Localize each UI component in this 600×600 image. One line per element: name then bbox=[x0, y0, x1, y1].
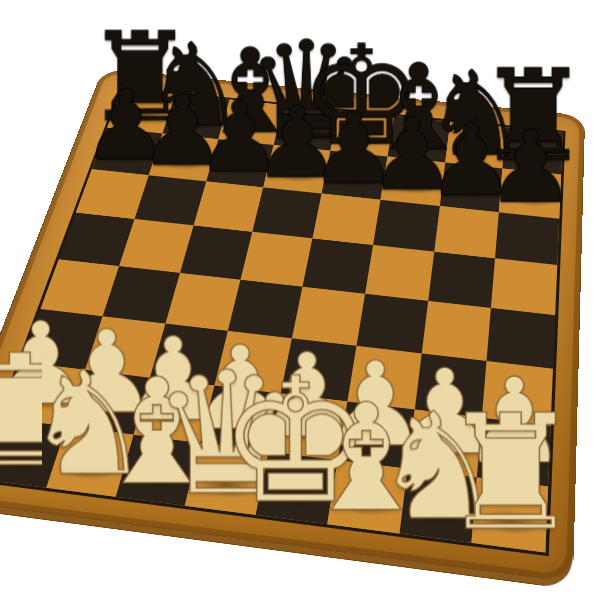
square-c5[interactable] bbox=[179, 226, 252, 280]
square-d6[interactable] bbox=[252, 187, 321, 238]
square-e6[interactable] bbox=[312, 193, 380, 245]
square-d5[interactable] bbox=[241, 232, 313, 287]
square-f6[interactable] bbox=[373, 199, 440, 251]
chess-board: ♜♞♝♛♚♝♞♜♟♟♟♟♟♟♟♟♟♟♟♟♟♟♟♟♜♞♝♛♚♝♞♜ bbox=[0, 68, 585, 582]
board-grid: ♜♞♝♛♚♝♞♜♟♟♟♟♟♟♟♟♟♟♟♟♟♟♟♟♜♞♝♛♚♝♞♜ bbox=[0, 87, 566, 556]
chess-set-photo: ♜♞♝♛♚♝♞♜♟♟♟♟♟♟♟♟♟♟♟♟♟♟♟♟♜♞♝♛♚♝♞♜ bbox=[0, 0, 600, 600]
square-h7[interactable]: ♟ bbox=[499, 168, 561, 218]
square-f5[interactable] bbox=[365, 245, 434, 301]
square-e5[interactable] bbox=[302, 239, 372, 294]
square-g6[interactable] bbox=[434, 206, 499, 259]
square-h1[interactable]: ♜ bbox=[472, 478, 548, 553]
square-c6[interactable] bbox=[193, 181, 263, 232]
square-h5[interactable] bbox=[491, 258, 557, 315]
square-g5[interactable] bbox=[428, 252, 496, 308]
square-h6[interactable] bbox=[495, 212, 559, 265]
